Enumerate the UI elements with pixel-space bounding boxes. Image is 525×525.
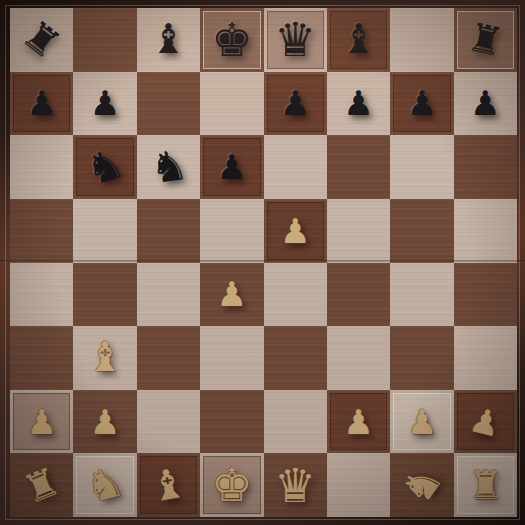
piece-black-pawn-a7[interactable]: ♟ bbox=[26, 86, 56, 120]
piece-white-pawn-b2[interactable]: ♟ bbox=[90, 405, 120, 439]
square-b7[interactable]: ♟ bbox=[73, 72, 136, 136]
piece-white-bishop-c1[interactable]: ♝ bbox=[147, 462, 190, 509]
square-f8[interactable]: ♝ bbox=[327, 8, 390, 72]
square-d1[interactable]: ♚ bbox=[200, 453, 263, 517]
square-h5[interactable] bbox=[454, 199, 517, 263]
piece-white-pawn-h2[interactable]: ♟ bbox=[466, 401, 504, 441]
piece-black-pawn-f7[interactable]: ♟ bbox=[343, 86, 373, 120]
square-h8[interactable]: ♜ bbox=[454, 8, 517, 72]
square-f4[interactable] bbox=[327, 263, 390, 327]
piece-white-knight-b1[interactable]: ♞ bbox=[81, 460, 128, 510]
square-c8[interactable]: ♝ bbox=[137, 8, 200, 72]
piece-white-pawn-f2[interactable]: ♟ bbox=[343, 405, 373, 439]
piece-black-pawn-b7[interactable]: ♟ bbox=[90, 86, 120, 120]
square-d4[interactable]: ♟ bbox=[200, 263, 263, 327]
square-f1[interactable] bbox=[327, 453, 390, 517]
square-g1[interactable]: ♞ bbox=[390, 453, 453, 517]
square-b8[interactable] bbox=[73, 8, 136, 72]
square-h1[interactable]: ♜ bbox=[454, 453, 517, 517]
square-h2[interactable]: ♟ bbox=[454, 390, 517, 454]
square-d2[interactable] bbox=[200, 390, 263, 454]
square-b1[interactable]: ♞ bbox=[73, 453, 136, 517]
square-c7[interactable] bbox=[137, 72, 200, 136]
square-h6[interactable] bbox=[454, 135, 517, 199]
square-d8[interactable]: ♚ bbox=[200, 8, 263, 72]
piece-black-rook-a8[interactable]: ♜ bbox=[16, 14, 68, 66]
square-e5[interactable]: ♟ bbox=[264, 199, 327, 263]
square-a8[interactable]: ♜ bbox=[10, 8, 73, 72]
square-a4[interactable] bbox=[10, 263, 73, 327]
square-a6[interactable] bbox=[10, 135, 73, 199]
square-c2[interactable] bbox=[137, 390, 200, 454]
piece-white-king-d1[interactable]: ♚ bbox=[211, 462, 252, 508]
square-c1[interactable]: ♝ bbox=[137, 453, 200, 517]
square-e2[interactable] bbox=[264, 390, 327, 454]
piece-black-queen-e8[interactable]: ♛ bbox=[274, 16, 316, 63]
square-g3[interactable] bbox=[390, 326, 453, 390]
square-b3[interactable]: ♝ bbox=[73, 326, 136, 390]
square-b5[interactable] bbox=[73, 199, 136, 263]
square-f2[interactable]: ♟ bbox=[327, 390, 390, 454]
square-b2[interactable]: ♟ bbox=[73, 390, 136, 454]
square-h7[interactable]: ♟ bbox=[454, 72, 517, 136]
square-g7[interactable]: ♟ bbox=[390, 72, 453, 136]
square-d5[interactable] bbox=[200, 199, 263, 263]
piece-black-knight-c6[interactable]: ♞ bbox=[147, 144, 190, 191]
square-b6[interactable]: ♞ bbox=[73, 135, 136, 199]
piece-white-bishop-b3[interactable]: ♝ bbox=[87, 337, 124, 378]
piece-white-rook-h1[interactable]: ♜ bbox=[468, 466, 503, 505]
square-f6[interactable] bbox=[327, 135, 390, 199]
square-f5[interactable] bbox=[327, 199, 390, 263]
square-c6[interactable]: ♞ bbox=[137, 135, 200, 199]
square-d7[interactable] bbox=[200, 72, 263, 136]
piece-black-pawn-d6[interactable]: ♟ bbox=[217, 150, 247, 184]
piece-black-king-d8[interactable]: ♚ bbox=[211, 17, 252, 63]
square-a3[interactable] bbox=[10, 326, 73, 390]
piece-black-bishop-f8[interactable]: ♝ bbox=[340, 19, 377, 60]
square-e8[interactable]: ♛ bbox=[264, 8, 327, 72]
square-a5[interactable] bbox=[10, 199, 73, 263]
square-e6[interactable] bbox=[264, 135, 327, 199]
square-f7[interactable]: ♟ bbox=[327, 72, 390, 136]
piece-white-pawn-g2[interactable]: ♟ bbox=[407, 405, 437, 439]
piece-white-pawn-a2[interactable]: ♟ bbox=[26, 405, 56, 439]
square-f3[interactable] bbox=[327, 326, 390, 390]
square-c4[interactable] bbox=[137, 263, 200, 327]
square-e3[interactable] bbox=[264, 326, 327, 390]
piece-black-bishop-c8[interactable]: ♝ bbox=[150, 19, 187, 60]
piece-white-queen-e1[interactable]: ♛ bbox=[274, 462, 316, 509]
square-a7[interactable]: ♟ bbox=[10, 72, 73, 136]
chess-board[interactable]: ♜♝♚♛♝♜♟♟♟♟♟♟♞♞♟♟♟♝♟♟♟♟♟♜♞♝♚♛♞♜ bbox=[10, 8, 517, 517]
square-c3[interactable] bbox=[137, 326, 200, 390]
square-g5[interactable] bbox=[390, 199, 453, 263]
square-g8[interactable] bbox=[390, 8, 453, 72]
piece-black-pawn-g7[interactable]: ♟ bbox=[407, 86, 437, 120]
square-g4[interactable] bbox=[390, 263, 453, 327]
square-a1[interactable]: ♜ bbox=[10, 453, 73, 517]
piece-black-pawn-h7[interactable]: ♟ bbox=[470, 86, 500, 120]
square-e4[interactable] bbox=[264, 263, 327, 327]
square-h3[interactable] bbox=[454, 326, 517, 390]
piece-white-pawn-e5[interactable]: ♟ bbox=[280, 214, 310, 248]
square-e1[interactable]: ♛ bbox=[264, 453, 327, 517]
piece-white-rook-a1[interactable]: ♜ bbox=[18, 461, 65, 510]
square-d6[interactable]: ♟ bbox=[200, 135, 263, 199]
square-b4[interactable] bbox=[73, 263, 136, 327]
square-h4[interactable] bbox=[454, 263, 517, 327]
piece-white-knight-g1[interactable]: ♞ bbox=[394, 458, 450, 513]
square-a2[interactable]: ♟ bbox=[10, 390, 73, 454]
square-d3[interactable] bbox=[200, 326, 263, 390]
square-c5[interactable] bbox=[137, 199, 200, 263]
square-e7[interactable]: ♟ bbox=[264, 72, 327, 136]
square-g2[interactable]: ♟ bbox=[390, 390, 453, 454]
chess-board-photo: ♜♝♚♛♝♜♟♟♟♟♟♟♞♞♟♟♟♝♟♟♟♟♟♜♞♝♚♛♞♜ bbox=[0, 0, 525, 525]
piece-black-pawn-e7[interactable]: ♟ bbox=[280, 86, 310, 120]
piece-black-knight-b6[interactable]: ♞ bbox=[81, 141, 130, 193]
piece-white-pawn-d4[interactable]: ♟ bbox=[217, 277, 247, 311]
square-g6[interactable] bbox=[390, 135, 453, 199]
piece-black-rook-h8[interactable]: ♜ bbox=[464, 17, 506, 62]
